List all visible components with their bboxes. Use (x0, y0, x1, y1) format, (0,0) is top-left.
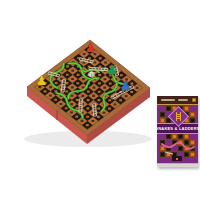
yellow-pawn: ♟ (36, 73, 48, 88)
cell-motif (109, 82, 112, 84)
cell-motif (104, 78, 107, 80)
cell-motif (66, 65, 69, 67)
green-pawn: ♟ (106, 62, 118, 77)
cell-motif (108, 99, 111, 101)
cell-motif (75, 116, 78, 118)
cell-motif (82, 78, 85, 80)
cell-motif (87, 91, 90, 93)
cell-motif (66, 74, 69, 76)
box-brand-text-decor (161, 99, 175, 101)
cell-motif (86, 107, 89, 109)
cell-motif (86, 124, 89, 126)
box-top-band (157, 96, 198, 105)
cell-motif (76, 107, 79, 109)
box-art-square (184, 106, 189, 111)
pink-snake-icon (162, 143, 194, 149)
cell-motif (66, 82, 69, 84)
box-base-edge (157, 163, 198, 167)
cell-motif (87, 99, 90, 101)
cell-motif (77, 74, 80, 76)
cell-motif (49, 86, 52, 88)
box-art-square (166, 106, 171, 111)
cell-motif (108, 107, 111, 109)
retail-box: SNAKES & LADDERS (157, 96, 198, 167)
cell-motif (98, 82, 101, 84)
cell-motif (125, 95, 128, 97)
cell-motif (92, 86, 95, 88)
ladder-icon (175, 112, 182, 121)
cell-motif (76, 82, 79, 84)
cell-motif (59, 103, 62, 105)
cell-motif (71, 70, 74, 72)
age-badge (192, 98, 196, 102)
cell-motif (70, 111, 73, 113)
cell-motif (97, 107, 100, 109)
cell-motif (99, 57, 102, 59)
cell-motif (81, 120, 84, 122)
die-pip (91, 73, 92, 74)
box-snake-art (157, 132, 198, 158)
cell-motif (120, 74, 123, 76)
cell-motif (82, 61, 85, 63)
cell-motif (49, 94, 52, 96)
cell-motif (99, 66, 102, 68)
cell-motif (71, 86, 74, 88)
cell-motif (114, 103, 117, 105)
cell-motif (44, 90, 47, 92)
box-art-square (190, 106, 195, 111)
cell-motif (65, 107, 68, 109)
cell-motif (98, 99, 101, 101)
cell-motif (98, 74, 101, 76)
cell-motif (76, 99, 79, 101)
cell-motif (103, 87, 106, 89)
box-art-square (190, 112, 195, 117)
box-art-square (160, 106, 165, 111)
cell-motif (92, 95, 95, 97)
cell-motif (88, 57, 91, 59)
cell-motif (71, 95, 74, 97)
cell-motif (81, 95, 84, 97)
cell-motif (55, 82, 58, 84)
cell-motif (103, 112, 106, 114)
blue-pawn: ♟ (120, 78, 132, 93)
box-brand-text-decor (178, 99, 188, 101)
red-pawn: ♟ (85, 40, 97, 55)
cell-motif (65, 90, 68, 92)
product-photo: ♟♟♟♟ SNAKES & LADDERS (0, 0, 200, 200)
cell-motif (119, 99, 122, 101)
cell-motif (136, 87, 139, 89)
box-art-square (160, 112, 165, 117)
box-ladder-decor (165, 152, 173, 154)
cell-motif (70, 103, 73, 105)
maker-logo (172, 156, 182, 161)
cell-motif (97, 116, 100, 118)
cell-motif (98, 91, 101, 93)
cell-motif (71, 78, 74, 80)
cell-motif (86, 116, 89, 118)
cell-motif (54, 99, 57, 101)
cell-motif (91, 120, 94, 122)
